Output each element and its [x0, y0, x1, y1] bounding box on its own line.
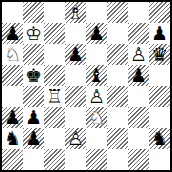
square-b5[interactable]: ♚	[23, 65, 44, 86]
square-e4[interactable]: ♟♙	[86, 86, 107, 107]
square-e8[interactable]	[86, 2, 107, 23]
square-c2[interactable]	[44, 128, 65, 149]
square-a5[interactable]	[2, 65, 23, 86]
square-h5[interactable]	[149, 65, 170, 86]
square-a6[interactable]: ♞♘	[2, 44, 23, 65]
square-g4[interactable]	[128, 86, 149, 107]
white-knight-piece: ♞♘	[2, 44, 23, 65]
black-pawn-piece: ♟	[149, 23, 170, 44]
square-g7[interactable]	[128, 23, 149, 44]
square-h6[interactable]: ♛	[149, 44, 170, 65]
white-knight-piece: ♞♘	[86, 107, 107, 128]
square-b8[interactable]	[23, 2, 44, 23]
square-a3[interactable]: ♟	[2, 107, 23, 128]
square-c7[interactable]	[44, 23, 65, 44]
square-c5[interactable]	[44, 65, 65, 86]
square-f4[interactable]	[107, 86, 128, 107]
square-c4[interactable]: ♜♖	[44, 86, 65, 107]
square-g3[interactable]	[128, 107, 149, 128]
square-b3[interactable]: ♟	[23, 107, 44, 128]
black-pawn-piece: ♟	[86, 23, 107, 44]
square-a8[interactable]	[2, 2, 23, 23]
square-h1[interactable]	[149, 149, 170, 170]
square-a7[interactable]: ♟	[2, 23, 23, 44]
square-e6[interactable]	[86, 44, 107, 65]
square-d5[interactable]	[65, 65, 86, 86]
square-d7[interactable]	[65, 23, 86, 44]
square-f3[interactable]	[107, 107, 128, 128]
square-d1[interactable]	[65, 149, 86, 170]
square-c3[interactable]	[44, 107, 65, 128]
square-f6[interactable]	[107, 44, 128, 65]
black-pawn-piece: ♟	[128, 65, 149, 86]
square-g6[interactable]: ♟♙	[128, 44, 149, 65]
square-g8[interactable]	[128, 2, 149, 23]
square-f7[interactable]	[107, 23, 128, 44]
square-e2[interactable]	[86, 128, 107, 149]
black-king-piece: ♚	[23, 65, 44, 86]
white-bishop-piece: ♝♗	[65, 2, 86, 23]
square-a4[interactable]	[2, 86, 23, 107]
square-h7[interactable]: ♟	[149, 23, 170, 44]
square-f1[interactable]	[107, 149, 128, 170]
black-pawn-piece: ♟	[23, 107, 44, 128]
square-d2[interactable]: ♟♙	[65, 128, 86, 149]
white-pawn-piece: ♟♙	[65, 128, 86, 149]
chess-board-frame: ♝♗♟♚♔♟♟♞♘♟♟♙♛♚♝♟♜♖♟♙♟♟♞♘♞♟♟♙♞	[0, 0, 172, 172]
white-rook-piece: ♜♖	[44, 86, 65, 107]
square-d8[interactable]: ♝♗	[65, 2, 86, 23]
square-f2[interactable]	[107, 128, 128, 149]
square-h4[interactable]	[149, 86, 170, 107]
square-f5[interactable]	[107, 65, 128, 86]
square-b2[interactable]: ♟	[23, 128, 44, 149]
square-h3[interactable]	[149, 107, 170, 128]
square-c6[interactable]	[44, 44, 65, 65]
square-d6[interactable]: ♟	[65, 44, 86, 65]
square-g2[interactable]	[128, 128, 149, 149]
square-d3[interactable]	[65, 107, 86, 128]
square-g5[interactable]: ♟	[128, 65, 149, 86]
white-pawn-piece: ♟♙	[128, 44, 149, 65]
square-g1[interactable]	[128, 149, 149, 170]
black-knight-piece: ♞	[149, 128, 170, 149]
square-e5[interactable]: ♝	[86, 65, 107, 86]
white-king-piece: ♚♔	[23, 23, 44, 44]
square-h2[interactable]: ♞	[149, 128, 170, 149]
square-b6[interactable]	[23, 44, 44, 65]
black-pawn-piece: ♟	[23, 128, 44, 149]
black-bishop-piece: ♝	[86, 65, 107, 86]
black-knight-piece: ♞	[2, 128, 23, 149]
square-a1[interactable]	[2, 149, 23, 170]
square-c8[interactable]	[44, 2, 65, 23]
black-queen-piece: ♛	[149, 44, 170, 65]
square-b1[interactable]	[23, 149, 44, 170]
square-f8[interactable]	[107, 2, 128, 23]
white-pawn-piece: ♟♙	[86, 86, 107, 107]
square-e3[interactable]: ♞♘	[86, 107, 107, 128]
square-e7[interactable]: ♟	[86, 23, 107, 44]
square-e1[interactable]	[86, 149, 107, 170]
black-pawn-piece: ♟	[2, 107, 23, 128]
square-b4[interactable]	[23, 86, 44, 107]
square-b7[interactable]: ♚♔	[23, 23, 44, 44]
chess-board: ♝♗♟♚♔♟♟♞♘♟♟♙♛♚♝♟♜♖♟♙♟♟♞♘♞♟♟♙♞	[2, 2, 170, 170]
square-h8[interactable]	[149, 2, 170, 23]
square-c1[interactable]	[44, 149, 65, 170]
black-pawn-piece: ♟	[2, 23, 23, 44]
square-a2[interactable]: ♞	[2, 128, 23, 149]
black-pawn-piece: ♟	[65, 44, 86, 65]
square-d4[interactable]	[65, 86, 86, 107]
